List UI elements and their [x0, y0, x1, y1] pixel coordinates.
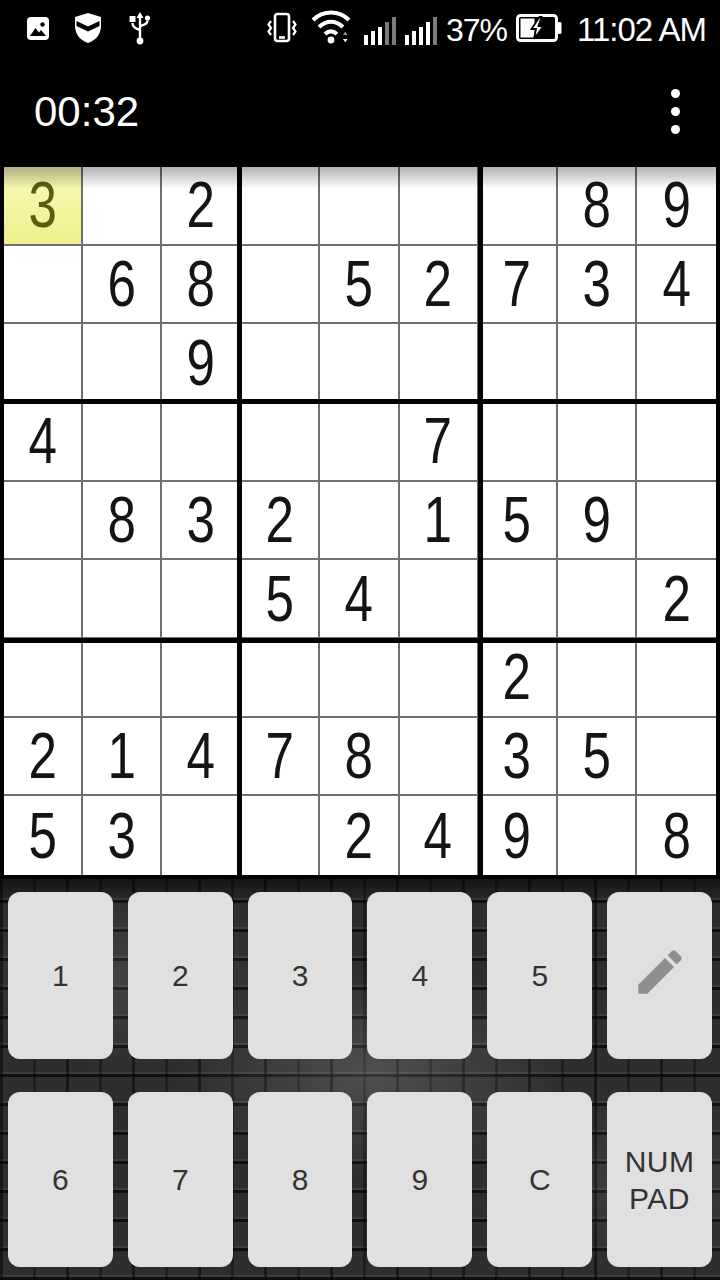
status-bar-clock: 11:02 AM	[577, 11, 706, 49]
cell-r7c2[interactable]	[83, 639, 162, 718]
cell-digit: 5	[266, 567, 294, 631]
cell-r2c8[interactable]: 3	[558, 246, 637, 325]
cell-digit: 3	[503, 724, 531, 788]
cell-r3c3[interactable]: 9	[162, 324, 241, 403]
overflow-menu-icon[interactable]	[661, 79, 690, 144]
cell-r2c6[interactable]: 2	[400, 246, 479, 325]
cell-digit: 8	[662, 804, 690, 868]
status-bar: 37% 11:02 AM	[0, 0, 720, 60]
cell-r4c6[interactable]: 7	[400, 403, 479, 482]
cell-digit: 4	[345, 567, 373, 631]
pencil-icon	[631, 943, 689, 1008]
sudoku-board: 3289685273494783215954222147835532498	[0, 163, 720, 879]
numpad-button-3[interactable]: 3	[248, 892, 353, 1059]
cell-r6c8[interactable]	[558, 560, 637, 639]
cell-digit: 2	[662, 567, 690, 631]
cell-r7c8[interactable]	[558, 639, 637, 718]
cell-digit: 8	[345, 724, 373, 788]
cell-r7c3[interactable]	[162, 639, 241, 718]
cell-r6c5[interactable]: 4	[320, 560, 399, 639]
cell-r6c7[interactable]	[479, 560, 558, 639]
cell-r2c3[interactable]: 8	[162, 246, 241, 325]
cell-r4c4[interactable]	[241, 403, 320, 482]
cell-r7c4[interactable]	[241, 639, 320, 718]
numpad-button-2[interactable]: 2	[128, 892, 233, 1059]
cell-digit: 1	[424, 488, 452, 552]
cell-digit: 5	[345, 252, 373, 316]
cell-r3c1[interactable]	[4, 324, 83, 403]
cell-r5c2[interactable]: 8	[83, 482, 162, 561]
cell-r4c9[interactable]	[637, 403, 716, 482]
signal-bars-sim1	[364, 15, 396, 45]
box-divider-vertical-1	[237, 167, 242, 875]
numpad-button-5[interactable]: 5	[487, 892, 592, 1059]
cell-r3c2[interactable]	[83, 324, 162, 403]
cell-r4c3[interactable]	[162, 403, 241, 482]
status-bar-left-icons	[14, 10, 154, 50]
cell-digit: 3	[187, 488, 215, 552]
pencil-button[interactable]	[607, 892, 712, 1059]
cell-r4c5[interactable]	[320, 403, 399, 482]
cell-r9c8[interactable]	[558, 796, 637, 875]
cell-digit: 2	[187, 173, 215, 237]
cell-r1c3[interactable]: 2	[162, 167, 241, 246]
cell-r4c8[interactable]	[558, 403, 637, 482]
cell-digit: 2	[424, 252, 452, 316]
cell-r7c7[interactable]: 2	[479, 639, 558, 718]
cell-r1c7[interactable]	[479, 167, 558, 246]
cell-r2c1[interactable]	[4, 246, 83, 325]
box-divider-vertical-2	[478, 167, 483, 875]
cell-digit: 5	[503, 488, 531, 552]
screenshot-icon	[26, 15, 50, 46]
cell-r1c5[interactable]	[320, 167, 399, 246]
game-timer: 00:32	[34, 88, 139, 136]
cell-r3c6[interactable]	[400, 324, 479, 403]
cell-r7c9[interactable]	[637, 639, 716, 718]
numpad-panel: 1 2 3 4 5 6 7 8 9 C NUM PAD	[0, 879, 720, 1280]
cell-r5c5[interactable]	[320, 482, 399, 561]
cell-digit: 9	[662, 173, 690, 237]
sudoku-app-screen: 37% 11:02 AM 00:32 328968527349478321595…	[0, 0, 720, 1280]
cell-r9c3[interactable]	[162, 796, 241, 875]
cell-digit: 4	[187, 724, 215, 788]
vibrate-icon	[264, 10, 300, 50]
cell-digit: 8	[187, 252, 215, 316]
cell-r8c7[interactable]: 3	[479, 718, 558, 797]
cell-r1c4[interactable]	[241, 167, 320, 246]
cell-digit: 4	[424, 804, 452, 868]
numpad-button-7[interactable]: 7	[128, 1092, 233, 1267]
status-bar-right: 37% 11:02 AM	[264, 8, 706, 52]
cell-digit: 4	[662, 252, 690, 316]
cell-r8c5[interactable]: 8	[320, 718, 399, 797]
cell-r5c6[interactable]: 1	[400, 482, 479, 561]
cell-r1c2[interactable]	[83, 167, 162, 246]
cell-digit: 9	[503, 804, 531, 868]
cell-r5c1[interactable]	[4, 482, 83, 561]
cell-r9c7[interactable]: 9	[479, 796, 558, 875]
cell-r3c9[interactable]	[637, 324, 716, 403]
battery-percent: 37%	[446, 12, 507, 49]
numpad-button-1[interactable]: 1	[8, 892, 113, 1059]
cell-digit: 1	[107, 724, 135, 788]
cell-r6c2[interactable]	[83, 560, 162, 639]
cell-r8c8[interactable]: 5	[558, 718, 637, 797]
usb-icon	[126, 10, 154, 50]
cell-digit: 7	[424, 409, 452, 473]
box-divider-horizontal-2	[4, 638, 716, 643]
cell-r6c1[interactable]	[4, 560, 83, 639]
cell-r3c8[interactable]	[558, 324, 637, 403]
cell-digit: 3	[107, 804, 135, 868]
signal-bars-sim2	[405, 15, 437, 45]
cell-r5c8[interactable]: 9	[558, 482, 637, 561]
numpad-row-1: 1 2 3 4 5	[0, 892, 720, 1059]
cell-digit: 5	[582, 724, 610, 788]
cell-r9c6[interactable]: 4	[400, 796, 479, 875]
cell-digit: 3	[582, 252, 610, 316]
cell-r1c8[interactable]: 8	[558, 167, 637, 246]
cell-digit: 2	[266, 488, 294, 552]
battery-charging-icon	[516, 14, 562, 46]
cell-r5c9[interactable]	[637, 482, 716, 561]
box-divider-horizontal-1	[4, 399, 716, 404]
numpad-toggle-button[interactable]: NUM PAD	[607, 1092, 712, 1267]
wifi-icon	[309, 8, 355, 52]
cell-r6c9[interactable]: 2	[637, 560, 716, 639]
cell-r3c7[interactable]	[479, 324, 558, 403]
cell-r9c1[interactable]: 5	[4, 796, 83, 875]
cell-r9c2[interactable]: 3	[83, 796, 162, 875]
numpad-button-4[interactable]: 4	[367, 892, 472, 1059]
cell-r8c9[interactable]	[637, 718, 716, 797]
cell-r2c7[interactable]: 7	[479, 246, 558, 325]
cell-digit: 8	[582, 173, 610, 237]
cell-digit: 7	[266, 724, 294, 788]
numpad-toggle-line2: PAD	[629, 1180, 690, 1217]
cell-r3c5[interactable]	[320, 324, 399, 403]
cell-r4c1[interactable]: 4	[4, 403, 83, 482]
cell-digit: 4	[28, 409, 56, 473]
cell-digit: 7	[503, 252, 531, 316]
cell-r1c9[interactable]: 9	[637, 167, 716, 246]
cell-r5c3[interactable]: 3	[162, 482, 241, 561]
cell-digit: 9	[187, 331, 215, 395]
cell-r9c9[interactable]: 8	[637, 796, 716, 875]
cell-digit: 3	[28, 173, 56, 237]
clear-button[interactable]: C	[487, 1092, 592, 1267]
cell-r3c4[interactable]	[241, 324, 320, 403]
cell-r5c4[interactable]: 2	[241, 482, 320, 561]
cell-r7c1[interactable]	[4, 639, 83, 718]
cell-r1c6[interactable]	[400, 167, 479, 246]
numpad-row-2: 6 7 8 9 C NUM PAD	[0, 1092, 720, 1267]
cell-r6c4[interactable]: 5	[241, 560, 320, 639]
cell-r7c5[interactable]	[320, 639, 399, 718]
cell-digit: 2	[28, 724, 56, 788]
cell-r4c7[interactable]	[479, 403, 558, 482]
cell-r9c5[interactable]: 2	[320, 796, 399, 875]
cell-digit: 8	[107, 488, 135, 552]
cell-r6c3[interactable]	[162, 560, 241, 639]
cell-digit: 2	[345, 804, 373, 868]
cell-r2c4[interactable]	[241, 246, 320, 325]
cell-digit: 5	[28, 804, 56, 868]
cell-r8c3[interactable]: 4	[162, 718, 241, 797]
cell-r8c4[interactable]: 7	[241, 718, 320, 797]
cell-r8c2[interactable]: 1	[83, 718, 162, 797]
sudoku-grid: 3289685273494783215954222147835532498	[4, 167, 716, 875]
cell-r2c5[interactable]: 5	[320, 246, 399, 325]
numpad-button-9[interactable]: 9	[367, 1092, 472, 1267]
cell-digit: 2	[503, 645, 531, 709]
cell-r2c2[interactable]: 6	[83, 246, 162, 325]
cell-r2c9[interactable]: 4	[637, 246, 716, 325]
numpad-button-6[interactable]: 6	[8, 1092, 113, 1267]
cell-r6c6[interactable]	[400, 560, 479, 639]
cell-r8c6[interactable]	[400, 718, 479, 797]
cell-r8c1[interactable]: 2	[4, 718, 83, 797]
cell-r4c2[interactable]	[83, 403, 162, 482]
cell-r7c6[interactable]	[400, 639, 479, 718]
numpad-toggle-line1: NUM	[625, 1143, 695, 1180]
cell-r1c1[interactable]: 3	[4, 167, 83, 246]
cell-digit: 6	[107, 252, 135, 316]
cell-r9c4[interactable]	[241, 796, 320, 875]
shield-icon	[74, 13, 102, 47]
cell-digit: 9	[582, 488, 610, 552]
numpad-button-8[interactable]: 8	[248, 1092, 353, 1267]
cell-r5c7[interactable]: 5	[479, 482, 558, 561]
app-bar: 00:32	[0, 60, 720, 163]
